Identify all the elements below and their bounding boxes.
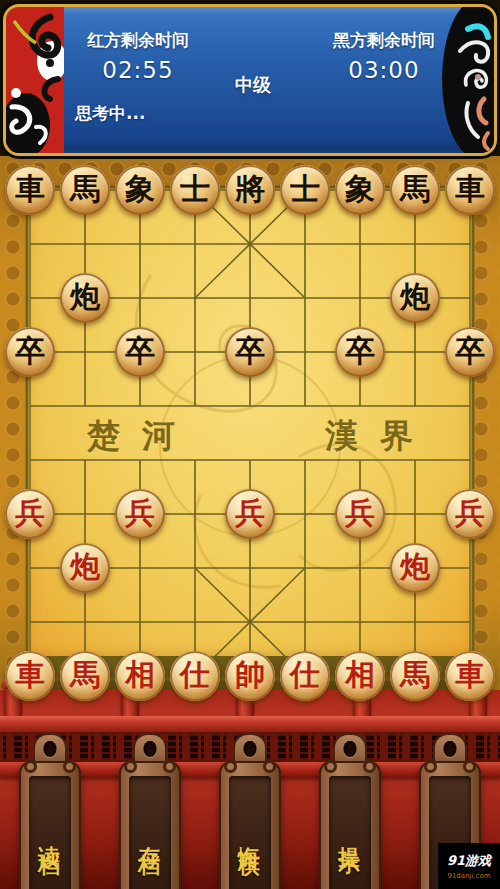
piece-red-兵[interactable]: 兵 (5, 489, 55, 539)
piece-black-士[interactable]: 士 (170, 165, 220, 215)
piece-glyph: 相 (125, 660, 155, 690)
piece-glyph: 馬 (400, 174, 430, 204)
tablet-curl-icon (63, 760, 76, 773)
tablet-body: 读档 (19, 761, 81, 889)
engine-status: 思考中... (75, 102, 145, 125)
piece-black-卒[interactable]: 卒 (445, 327, 495, 377)
piece-glyph: 卒 (125, 336, 155, 366)
piece-black-卒[interactable]: 卒 (115, 327, 165, 377)
piece-red-仕[interactable]: 仕 (170, 651, 220, 701)
tablet-knob (333, 733, 367, 763)
watermark-domain: 91danji.com (447, 872, 490, 880)
piece-glyph: 仕 (290, 660, 320, 690)
piece-red-兵[interactable]: 兵 (115, 489, 165, 539)
watermark-brand: 91游戏 (447, 852, 491, 870)
piece-glyph: 馬 (400, 660, 430, 690)
opera-mask-left-icon (6, 7, 64, 153)
tablet-hole (44, 741, 57, 757)
tablet-knob (233, 733, 267, 763)
piece-glyph: 卒 (345, 336, 375, 366)
piece-glyph: 炮 (70, 552, 100, 582)
piece-black-卒[interactable]: 卒 (335, 327, 385, 377)
piece-glyph: 卒 (235, 336, 265, 366)
load-button[interactable]: 读档 (19, 733, 81, 889)
tablet-body: 提示 (319, 761, 381, 889)
tablet-curl-icon (424, 760, 437, 773)
piece-black-卒[interactable]: 卒 (5, 327, 55, 377)
piece-glyph: 車 (455, 174, 485, 204)
watermark-91games: 91游戏 91danji.com (438, 843, 500, 889)
railing-rail (0, 716, 500, 732)
piece-black-士[interactable]: 士 (280, 165, 330, 215)
tablet-panel: 提示 (329, 776, 371, 889)
tablet-curl-icon (324, 760, 337, 773)
piece-glyph: 車 (455, 660, 485, 690)
piece-glyph: 將 (235, 174, 265, 204)
piece-glyph: 象 (345, 174, 375, 204)
difficulty-level: 中级 (188, 73, 318, 97)
piece-glyph: 兵 (235, 498, 265, 528)
piece-glyph: 象 (125, 174, 155, 204)
piece-red-炮[interactable]: 炮 (60, 543, 110, 593)
piece-red-兵[interactable]: 兵 (225, 489, 275, 539)
piece-red-相[interactable]: 相 (335, 651, 385, 701)
piece-red-馬[interactable]: 馬 (390, 651, 440, 701)
piece-glyph: 馬 (70, 660, 100, 690)
hint-button-label: 提示 (335, 828, 365, 844)
piece-red-炮[interactable]: 炮 (390, 543, 440, 593)
piece-glyph: 相 (345, 660, 375, 690)
tablet-curl-icon (224, 760, 237, 773)
river-label-left: 楚河 (58, 414, 204, 458)
piece-glyph: 炮 (400, 282, 430, 312)
tablet-panel: 读档 (29, 776, 71, 889)
red-timer-value: 02:55 (73, 57, 203, 83)
black-timer-label: 黑方剩余时间 (314, 29, 454, 52)
piece-black-將[interactable]: 將 (225, 165, 275, 215)
black-timer-value: 03:00 (314, 57, 454, 83)
piece-black-卒[interactable]: 卒 (225, 327, 275, 377)
tablet-panel: 悔棋 (229, 776, 271, 889)
tablet-panel: 存档 (129, 776, 171, 889)
tablet-body: 存档 (119, 761, 181, 889)
tablet-hole (444, 741, 457, 757)
piece-black-炮[interactable]: 炮 (60, 273, 110, 323)
piece-glyph: 車 (15, 660, 45, 690)
piece-glyph: 兵 (125, 498, 155, 528)
tablet-hole (144, 741, 157, 757)
piece-black-象[interactable]: 象 (115, 165, 165, 215)
tablet-knob (33, 733, 67, 763)
tablet-curl-icon (363, 760, 376, 773)
menu-button-label: 菜单 (435, 828, 465, 844)
piece-red-兵[interactable]: 兵 (335, 489, 385, 539)
piece-red-相[interactable]: 相 (115, 651, 165, 701)
piece-glyph: 帥 (235, 660, 265, 690)
piece-black-馬[interactable]: 馬 (60, 165, 110, 215)
piece-black-馬[interactable]: 馬 (390, 165, 440, 215)
xiangqi-board[interactable]: 楚河 漢界 (0, 156, 500, 712)
piece-glyph: 士 (180, 174, 210, 204)
piece-red-車[interactable]: 車 (5, 651, 55, 701)
tablet-curl-icon (163, 760, 176, 773)
piece-black-車[interactable]: 車 (445, 165, 495, 215)
piece-red-車[interactable]: 車 (445, 651, 495, 701)
xiangqi-game-screen: 红方剩余时间 02:55 中级 黑方剩余时间 03:00 思考中... (0, 0, 500, 889)
piece-black-炮[interactable]: 炮 (390, 273, 440, 323)
piece-glyph: 卒 (15, 336, 45, 366)
tablet-curl-icon (463, 760, 476, 773)
tablet-hole (244, 741, 257, 757)
save-button-label: 存档 (135, 828, 165, 844)
piece-black-車[interactable]: 車 (5, 165, 55, 215)
piece-black-象[interactable]: 象 (335, 165, 385, 215)
tablet-knob (133, 733, 167, 763)
undo-button[interactable]: 悔棋 (219, 733, 281, 889)
undo-button-label: 悔棋 (235, 828, 265, 844)
river-label-right: 漢界 (296, 414, 442, 458)
piece-glyph: 卒 (455, 336, 485, 366)
red-timer-label: 红方剩余时间 (73, 29, 203, 52)
piece-red-帥[interactable]: 帥 (225, 651, 275, 701)
piece-glyph: 炮 (400, 552, 430, 582)
piece-glyph: 仕 (180, 660, 210, 690)
piece-red-兵[interactable]: 兵 (445, 489, 495, 539)
tablet-knob (433, 733, 467, 763)
piece-glyph: 馬 (70, 174, 100, 204)
piece-glyph: 兵 (15, 498, 45, 528)
piece-glyph: 兵 (345, 498, 375, 528)
save-button[interactable]: 存档 (119, 733, 181, 889)
tablet-curl-icon (263, 760, 276, 773)
piece-red-仕[interactable]: 仕 (280, 651, 330, 701)
tablet-body: 悔棋 (219, 761, 281, 889)
tablet-hole (344, 741, 357, 757)
piece-glyph: 炮 (70, 282, 100, 312)
piece-red-馬[interactable]: 馬 (60, 651, 110, 701)
piece-glyph: 士 (290, 174, 320, 204)
status-panel: 红方剩余时间 02:55 中级 黑方剩余时间 03:00 思考中... (3, 4, 497, 156)
piece-glyph: 兵 (455, 498, 485, 528)
tablet-curl-icon (124, 760, 137, 773)
piece-glyph: 車 (15, 174, 45, 204)
tablet-curl-icon (24, 760, 37, 773)
load-button-label: 读档 (35, 828, 65, 844)
hint-button[interactable]: 提示 (319, 733, 381, 889)
